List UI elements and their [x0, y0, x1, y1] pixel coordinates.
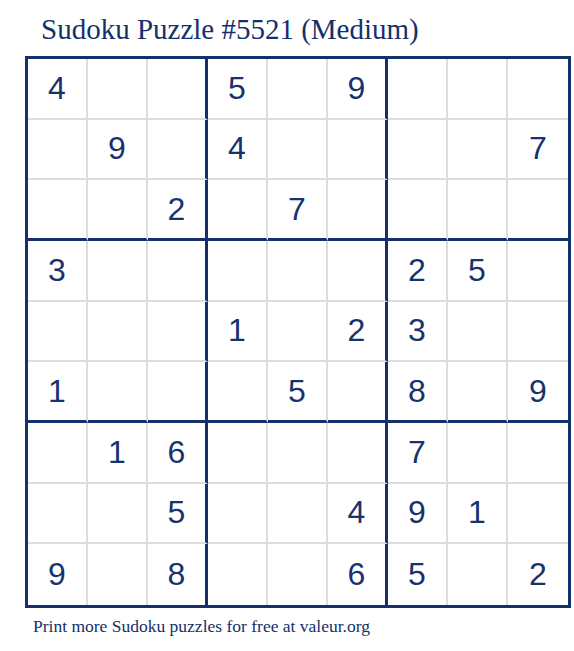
- cell-r2c6: [328, 120, 388, 181]
- cell-r4c7: 2: [388, 241, 448, 302]
- cell-r9c9: 2: [508, 544, 568, 605]
- cell-r6c6: [328, 362, 388, 423]
- cell-r4c2: [88, 241, 148, 302]
- cell-r5c1: [28, 302, 88, 363]
- cell-r3c8: [448, 180, 508, 241]
- cell-r7c2: 1: [88, 423, 148, 484]
- cell-r9c6: 6: [328, 544, 388, 605]
- cell-r8c8: 1: [448, 484, 508, 545]
- cell-r4c3: [148, 241, 208, 302]
- cell-r6c7: 8: [388, 362, 448, 423]
- cell-r7c8: [448, 423, 508, 484]
- cell-r9c2: [88, 544, 148, 605]
- cell-r5c5: [268, 302, 328, 363]
- cell-r6c9: 9: [508, 362, 568, 423]
- cell-r2c4: 4: [208, 120, 268, 181]
- cell-r4c6: [328, 241, 388, 302]
- cell-r3c1: [28, 180, 88, 241]
- cell-r5c6: 2: [328, 302, 388, 363]
- cell-r3c6: [328, 180, 388, 241]
- cell-r4c9: [508, 241, 568, 302]
- footer-text: Print more Sudoku puzzles for free at va…: [33, 615, 370, 637]
- cell-r4c8: 5: [448, 241, 508, 302]
- cell-r4c4: [208, 241, 268, 302]
- page-title: Sudoku Puzzle #5521 (Medium): [41, 12, 419, 46]
- cell-r6c8: [448, 362, 508, 423]
- cell-r3c2: [88, 180, 148, 241]
- sudoku-page: Sudoku Puzzle #5521 (Medium) 45994727325…: [0, 0, 574, 651]
- cell-r3c5: 7: [268, 180, 328, 241]
- cell-r9c5: [268, 544, 328, 605]
- cell-r5c2: [88, 302, 148, 363]
- cell-r5c9: [508, 302, 568, 363]
- cell-r9c8: [448, 544, 508, 605]
- cell-r7c5: [268, 423, 328, 484]
- cell-r9c4: [208, 544, 268, 605]
- cell-r3c3: 2: [148, 180, 208, 241]
- cell-r8c1: [28, 484, 88, 545]
- cell-r5c4: 1: [208, 302, 268, 363]
- cell-r3c7: [388, 180, 448, 241]
- cell-r9c1: 9: [28, 544, 88, 605]
- cell-r5c7: 3: [388, 302, 448, 363]
- cell-r1c3: [148, 59, 208, 120]
- cell-r8c3: 5: [148, 484, 208, 545]
- cell-r8c4: [208, 484, 268, 545]
- cell-r8c5: [268, 484, 328, 545]
- cell-r7c4: [208, 423, 268, 484]
- cell-r2c1: [28, 120, 88, 181]
- cell-r5c8: [448, 302, 508, 363]
- cell-r1c9: [508, 59, 568, 120]
- cell-r2c9: 7: [508, 120, 568, 181]
- cell-r3c9: [508, 180, 568, 241]
- cell-r7c1: [28, 423, 88, 484]
- cell-r1c5: [268, 59, 328, 120]
- cell-r8c2: [88, 484, 148, 545]
- cell-r7c3: 6: [148, 423, 208, 484]
- cell-r6c5: 5: [268, 362, 328, 423]
- cell-r2c3: [148, 120, 208, 181]
- cell-r2c2: 9: [88, 120, 148, 181]
- cell-r8c7: 9: [388, 484, 448, 545]
- cell-r1c7: [388, 59, 448, 120]
- cell-r5c3: [148, 302, 208, 363]
- cell-r1c1: 4: [28, 59, 88, 120]
- cell-r7c6: [328, 423, 388, 484]
- cell-r8c6: 4: [328, 484, 388, 545]
- cell-r1c8: [448, 59, 508, 120]
- cell-r7c7: 7: [388, 423, 448, 484]
- cell-r7c9: [508, 423, 568, 484]
- cell-r6c3: [148, 362, 208, 423]
- cell-r6c2: [88, 362, 148, 423]
- cell-r2c5: [268, 120, 328, 181]
- cell-r3c4: [208, 180, 268, 241]
- cell-r1c6: 9: [328, 59, 388, 120]
- cell-r4c1: 3: [28, 241, 88, 302]
- cell-r6c1: 1: [28, 362, 88, 423]
- cell-r1c2: [88, 59, 148, 120]
- sudoku-board: 459947273251231589167549198652: [25, 56, 571, 608]
- cell-r2c7: [388, 120, 448, 181]
- cell-r6c4: [208, 362, 268, 423]
- cell-r9c3: 8: [148, 544, 208, 605]
- cell-r2c8: [448, 120, 508, 181]
- cell-r9c7: 5: [388, 544, 448, 605]
- cell-r4c5: [268, 241, 328, 302]
- cell-r8c9: [508, 484, 568, 545]
- cell-r1c4: 5: [208, 59, 268, 120]
